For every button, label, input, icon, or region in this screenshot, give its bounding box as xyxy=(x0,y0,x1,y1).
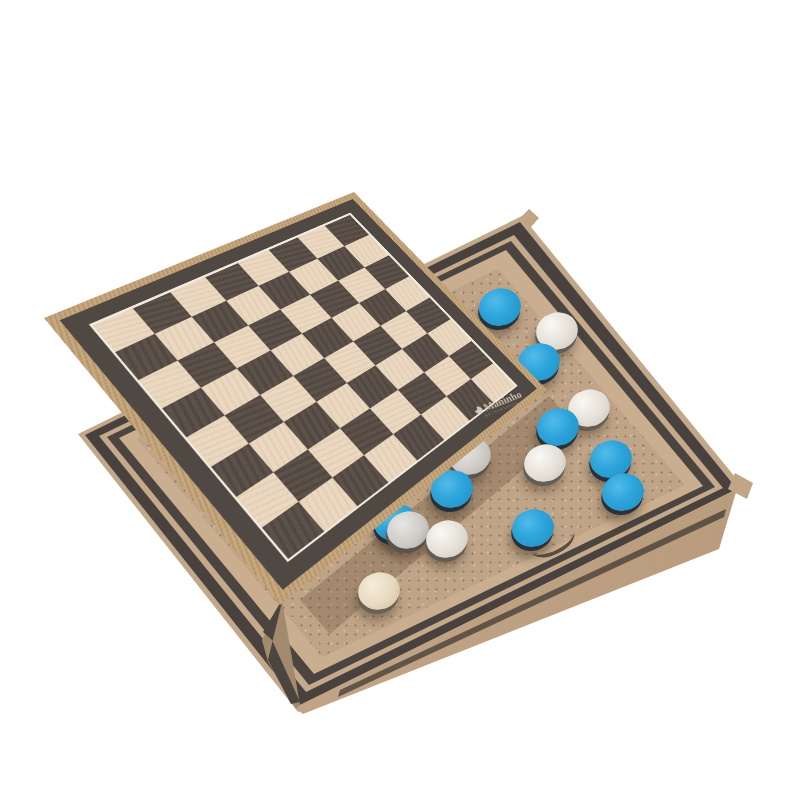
product-photo-stage: Maninho ARTESANATOS xyxy=(0,0,800,800)
brand-mark-icon xyxy=(473,406,484,415)
